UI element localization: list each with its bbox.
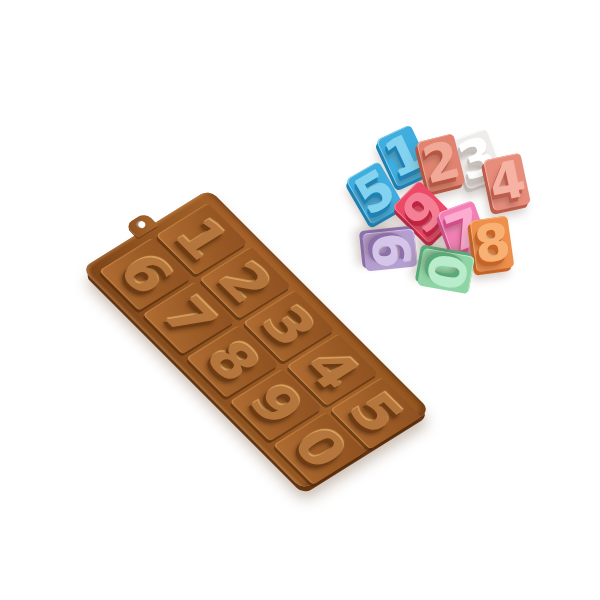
mold-digit-8: 8 bbox=[195, 333, 269, 390]
candy-digit-4: 4 bbox=[485, 154, 529, 210]
candy-digit-0: 0 bbox=[418, 250, 473, 293]
mold-digit-7: 7 bbox=[151, 289, 225, 346]
mold-digit-9: 9 bbox=[238, 377, 312, 434]
tab-hole bbox=[135, 219, 148, 229]
mold-hanging-tab bbox=[125, 212, 158, 238]
mold-digit-6: 6 bbox=[108, 246, 182, 303]
candy-digit-8: 8 bbox=[471, 217, 512, 271]
mold-digit-0: 0 bbox=[282, 420, 356, 477]
candy-piece-6: 6 bbox=[362, 228, 418, 271]
product-photo-stage: 6 1 7 2 8 3 9 4 0 5 3 1 2 4 5 9 7 8 6 0 bbox=[0, 0, 600, 600]
candy-digit-6: 6 bbox=[363, 230, 416, 270]
candy-piece-0: 0 bbox=[417, 248, 475, 294]
candy-piece-4: 4 bbox=[483, 153, 531, 212]
